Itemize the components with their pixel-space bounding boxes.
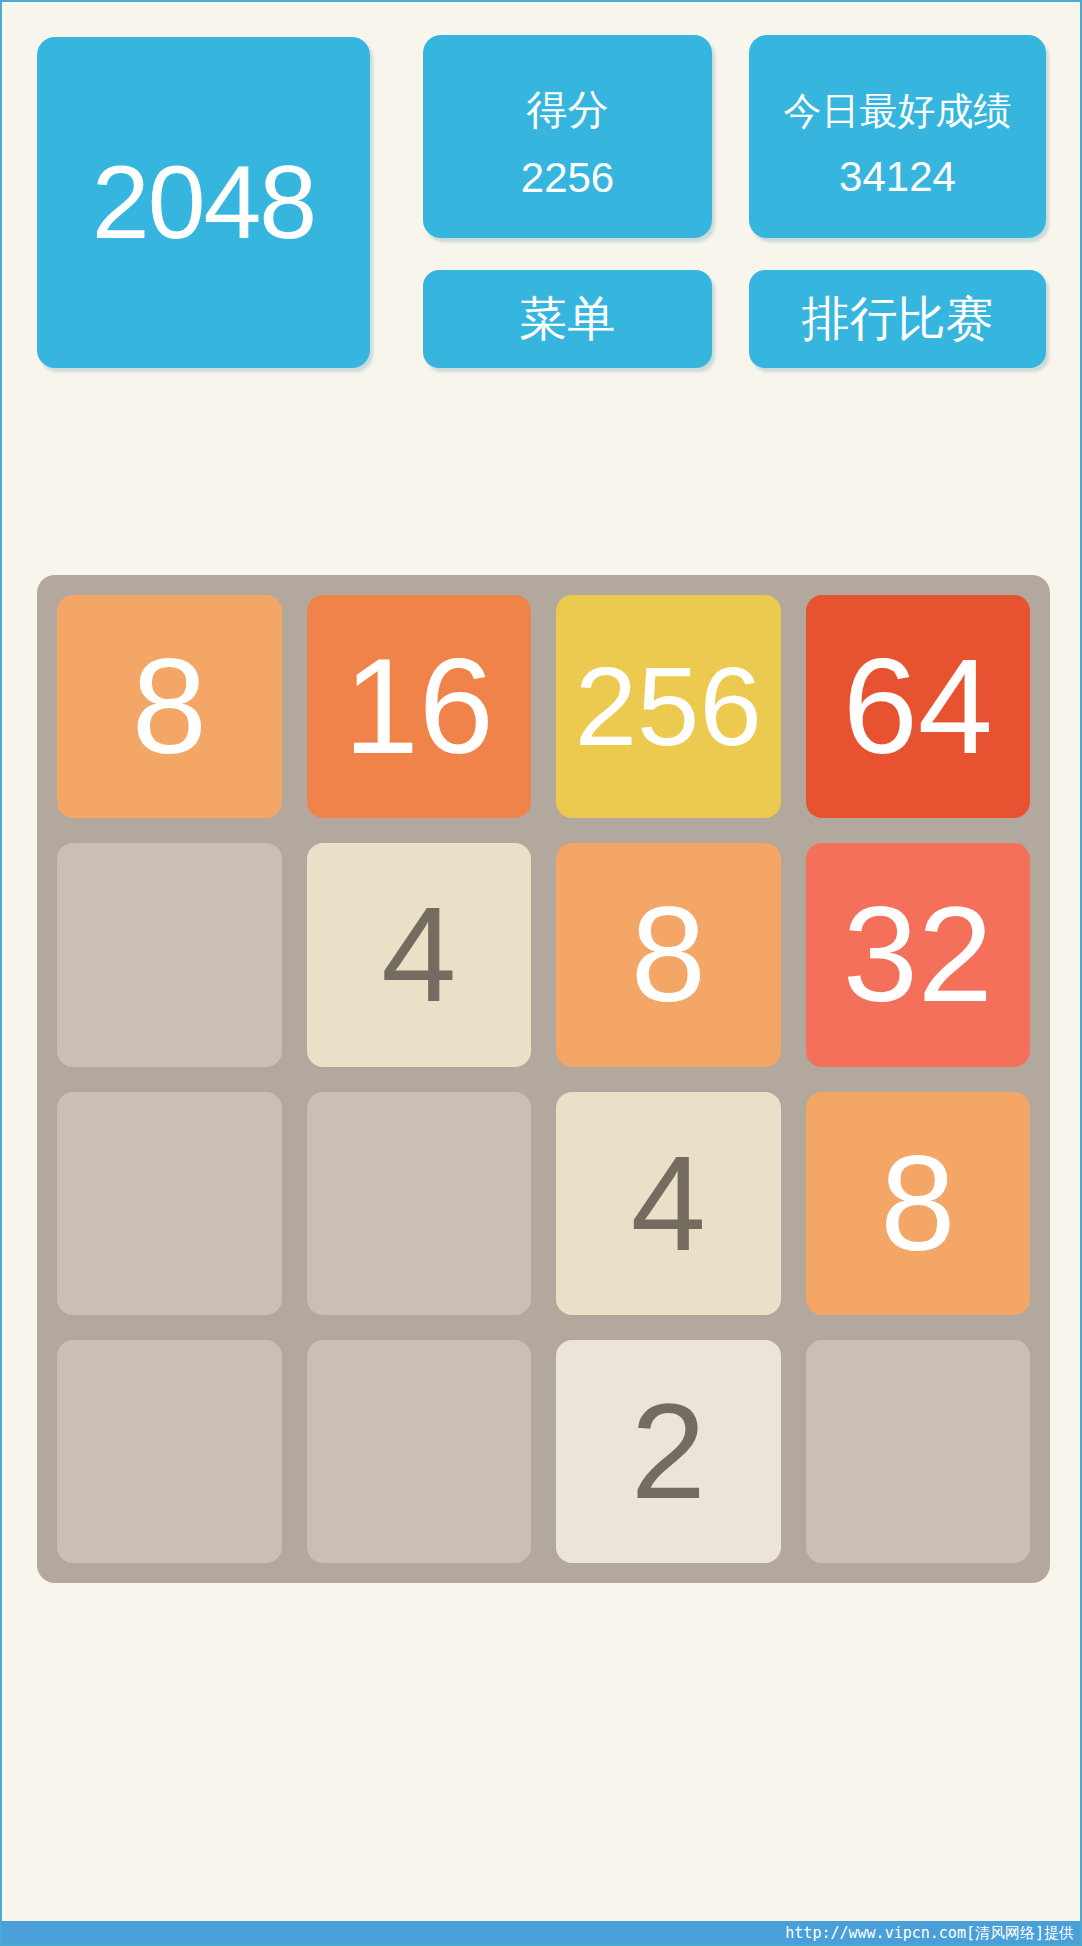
empty-cell (806, 1340, 1031, 1563)
tile-8: 8 (806, 1092, 1031, 1315)
empty-cell (307, 1092, 532, 1315)
empty-cell (57, 1092, 282, 1315)
score-label: 得分 (527, 90, 609, 131)
empty-cell (57, 843, 282, 1066)
tile-32: 32 (806, 843, 1031, 1066)
watermark-bar: http://www.vipcn.com[清风网络]提供 (0, 1921, 1082, 1946)
best-score-box: 今日最好成绩 34124 (749, 35, 1046, 238)
tile-4: 4 (556, 1092, 781, 1315)
ranking-button[interactable]: 排行比赛 (749, 270, 1046, 368)
watermark-text: http://www.vipcn.com[清风网络]提供 (785, 1924, 1074, 1942)
empty-cell (57, 1340, 282, 1563)
tile-8: 8 (57, 595, 282, 818)
app-title: 2048 (92, 143, 315, 262)
best-score-label: 今日最好成绩 (784, 92, 1012, 130)
app-screen: 2048 得分 2256 今日最好成绩 34124 菜单 排行比赛 816256… (0, 0, 1082, 1946)
tile-4: 4 (307, 843, 532, 1066)
tile-8: 8 (556, 843, 781, 1066)
tile-16: 16 (307, 595, 532, 818)
tile-2: 2 (556, 1340, 781, 1563)
best-score-value: 34124 (839, 156, 956, 198)
tile-64: 64 (806, 595, 1031, 818)
menu-button[interactable]: 菜单 (423, 270, 712, 368)
score-value: 2256 (521, 157, 614, 199)
empty-cell (307, 1340, 532, 1563)
tile-256: 256 (556, 595, 781, 818)
game-board[interactable]: 816256644832482 (37, 575, 1050, 1583)
logo-tile: 2048 (37, 37, 370, 368)
score-box: 得分 2256 (423, 35, 712, 238)
